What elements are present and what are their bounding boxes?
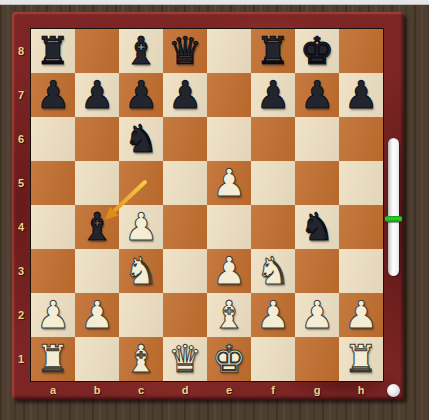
eval-slider-handle[interactable]: [385, 216, 402, 222]
piece-white-pawn[interactable]: ♟: [300, 293, 334, 337]
piece-black-king[interactable]: ♚: [300, 29, 334, 73]
square-b4[interactable]: ♝: [75, 205, 119, 249]
square-c7[interactable]: ♟: [119, 73, 163, 117]
piece-white-bishop[interactable]: ♝: [124, 337, 158, 381]
piece-white-bishop[interactable]: ♝: [212, 293, 246, 337]
square-h5[interactable]: [339, 161, 383, 205]
square-c6[interactable]: ♞: [119, 117, 163, 161]
square-b6[interactable]: [75, 117, 119, 161]
rank-label-3: 3: [12, 249, 30, 293]
square-h6[interactable]: [339, 117, 383, 161]
piece-black-pawn[interactable]: ♟: [124, 73, 158, 117]
square-c5[interactable]: [119, 161, 163, 205]
square-e5[interactable]: ♟: [207, 161, 251, 205]
piece-white-queen[interactable]: ♛: [168, 337, 202, 381]
piece-white-rook[interactable]: ♜: [36, 337, 70, 381]
square-c4[interactable]: ♟: [119, 205, 163, 249]
file-label-b: b: [75, 383, 119, 398]
square-f6[interactable]: [251, 117, 295, 161]
square-e7[interactable]: [207, 73, 251, 117]
square-h1[interactable]: ♜: [339, 337, 383, 381]
square-c8[interactable]: ♝: [119, 29, 163, 73]
rank-label-2: 2: [12, 293, 30, 337]
square-g7[interactable]: ♟: [295, 73, 339, 117]
square-b3[interactable]: [75, 249, 119, 293]
piece-white-knight[interactable]: ♞: [124, 249, 158, 293]
file-labels: abcdefgh: [31, 383, 383, 398]
piece-black-rook[interactable]: ♜: [36, 29, 70, 73]
corner-circle-button[interactable]: [387, 384, 400, 397]
square-a7[interactable]: ♟: [31, 73, 75, 117]
piece-black-pawn[interactable]: ♟: [168, 73, 202, 117]
square-d7[interactable]: ♟: [163, 73, 207, 117]
piece-black-pawn[interactable]: ♟: [80, 73, 114, 117]
square-g2[interactable]: ♟: [295, 293, 339, 337]
top-gray-bar: [0, 0, 429, 5]
square-b2[interactable]: ♟: [75, 293, 119, 337]
piece-black-knight[interactable]: ♞: [124, 117, 158, 161]
square-a2[interactable]: ♟: [31, 293, 75, 337]
square-g8[interactable]: ♚: [295, 29, 339, 73]
rank-label-8: 8: [12, 29, 30, 73]
piece-white-king[interactable]: ♚: [212, 337, 246, 381]
rank-labels: 87654321: [12, 29, 30, 381]
piece-black-bishop[interactable]: ♝: [124, 29, 158, 73]
piece-black-bishop[interactable]: ♝: [80, 205, 114, 249]
piece-white-rook[interactable]: ♜: [344, 337, 378, 381]
square-h7[interactable]: ♟: [339, 73, 383, 117]
square-g3[interactable]: [295, 249, 339, 293]
square-f8[interactable]: ♜: [251, 29, 295, 73]
piece-black-queen[interactable]: ♛: [168, 29, 202, 73]
board-frame: 87654321 ♜♝♛♜♚♟♟♟♟♟♟♟♞♟♝♟♞♞♟♞♟♟♝♟♟♟♜♝♛♚♜…: [12, 12, 404, 399]
square-h8[interactable]: [339, 29, 383, 73]
square-f1[interactable]: [251, 337, 295, 381]
square-d3[interactable]: [163, 249, 207, 293]
square-e4[interactable]: [207, 205, 251, 249]
rank-label-5: 5: [12, 161, 30, 205]
square-d2[interactable]: [163, 293, 207, 337]
rank-label-7: 7: [12, 73, 30, 117]
square-c3[interactable]: ♞: [119, 249, 163, 293]
square-a6[interactable]: [31, 117, 75, 161]
square-a4[interactable]: [31, 205, 75, 249]
eval-slider-track[interactable]: [388, 138, 399, 276]
square-h4[interactable]: [339, 205, 383, 249]
square-a5[interactable]: [31, 161, 75, 205]
square-g5[interactable]: [295, 161, 339, 205]
file-label-c: c: [119, 383, 163, 398]
square-d5[interactable]: [163, 161, 207, 205]
piece-white-pawn[interactable]: ♟: [36, 293, 70, 337]
rank-label-4: 4: [12, 205, 30, 249]
piece-black-pawn[interactable]: ♟: [300, 73, 334, 117]
file-label-a: a: [31, 383, 75, 398]
square-f5[interactable]: [251, 161, 295, 205]
square-f3[interactable]: ♞: [251, 249, 295, 293]
square-e8[interactable]: [207, 29, 251, 73]
file-label-g: g: [295, 383, 339, 398]
file-label-e: e: [207, 383, 251, 398]
rank-label-6: 6: [12, 117, 30, 161]
rank-label-1: 1: [12, 337, 30, 381]
piece-white-knight[interactable]: ♞: [256, 249, 290, 293]
square-c1[interactable]: ♝: [119, 337, 163, 381]
square-g6[interactable]: [295, 117, 339, 161]
piece-white-pawn[interactable]: ♟: [344, 293, 378, 337]
square-b8[interactable]: [75, 29, 119, 73]
piece-white-pawn[interactable]: ♟: [124, 205, 158, 249]
square-d4[interactable]: [163, 205, 207, 249]
piece-white-pawn[interactable]: ♟: [80, 293, 114, 337]
square-e6[interactable]: [207, 117, 251, 161]
square-f4[interactable]: [251, 205, 295, 249]
square-e1[interactable]: ♚: [207, 337, 251, 381]
square-f2[interactable]: ♟: [251, 293, 295, 337]
piece-black-pawn[interactable]: ♟: [256, 73, 290, 117]
square-d1[interactable]: ♛: [163, 337, 207, 381]
square-f7[interactable]: ♟: [251, 73, 295, 117]
piece-white-pawn[interactable]: ♟: [212, 161, 246, 205]
square-d6[interactable]: [163, 117, 207, 161]
square-c2[interactable]: [119, 293, 163, 337]
file-label-h: h: [339, 383, 383, 398]
square-e3[interactable]: ♟: [207, 249, 251, 293]
chess-board[interactable]: ♜♝♛♜♚♟♟♟♟♟♟♟♞♟♝♟♞♞♟♞♟♟♝♟♟♟♜♝♛♚♜: [30, 28, 384, 382]
square-b5[interactable]: [75, 161, 119, 205]
square-a8[interactable]: ♜: [31, 29, 75, 73]
square-b7[interactable]: ♟: [75, 73, 119, 117]
square-h2[interactable]: ♟: [339, 293, 383, 337]
square-h3[interactable]: [339, 249, 383, 293]
square-e2[interactable]: ♝: [207, 293, 251, 337]
piece-white-pawn[interactable]: ♟: [256, 293, 290, 337]
square-g1[interactable]: [295, 337, 339, 381]
square-g4[interactable]: ♞: [295, 205, 339, 249]
piece-white-pawn[interactable]: ♟: [212, 249, 246, 293]
square-d8[interactable]: ♛: [163, 29, 207, 73]
square-a3[interactable]: [31, 249, 75, 293]
piece-black-rook[interactable]: ♜: [256, 29, 290, 73]
piece-black-pawn[interactable]: ♟: [344, 73, 378, 117]
file-label-d: d: [163, 383, 207, 398]
square-b1[interactable]: [75, 337, 119, 381]
square-a1[interactable]: ♜: [31, 337, 75, 381]
piece-black-pawn[interactable]: ♟: [36, 73, 70, 117]
piece-black-knight[interactable]: ♞: [300, 205, 334, 249]
file-label-f: f: [251, 383, 295, 398]
